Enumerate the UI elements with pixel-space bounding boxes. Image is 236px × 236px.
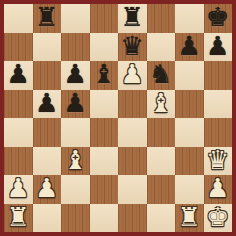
- square-f8[interactable]: [147, 4, 176, 33]
- square-b2[interactable]: ♟: [33, 175, 62, 204]
- square-e8[interactable]: ♜: [118, 4, 147, 33]
- square-b5[interactable]: ♟: [33, 90, 62, 119]
- square-f4[interactable]: [147, 118, 176, 147]
- square-c8[interactable]: [61, 4, 90, 33]
- square-a2[interactable]: ♟: [4, 175, 33, 204]
- square-f1[interactable]: [147, 204, 176, 233]
- piece-white-king[interactable]: ♚: [206, 204, 229, 230]
- square-c7[interactable]: [61, 33, 90, 62]
- square-h8[interactable]: ♚: [204, 4, 233, 33]
- square-a4[interactable]: [4, 118, 33, 147]
- square-c6[interactable]: ♟: [61, 61, 90, 90]
- square-h6[interactable]: [204, 61, 233, 90]
- square-d6[interactable]: ♝: [90, 61, 119, 90]
- square-g6[interactable]: [175, 61, 204, 90]
- square-c3[interactable]: ♝: [61, 147, 90, 176]
- square-f5[interactable]: ♝: [147, 90, 176, 119]
- piece-black-pawn[interactable]: ♟: [178, 33, 201, 59]
- square-g8[interactable]: [175, 4, 204, 33]
- square-a1[interactable]: ♜: [4, 204, 33, 233]
- square-e5[interactable]: [118, 90, 147, 119]
- piece-black-pawn[interactable]: ♟: [35, 90, 58, 116]
- piece-black-pawn[interactable]: ♟: [206, 33, 229, 59]
- square-c5[interactable]: ♟: [61, 90, 90, 119]
- square-b3[interactable]: [33, 147, 62, 176]
- square-f3[interactable]: [147, 147, 176, 176]
- square-a5[interactable]: [4, 90, 33, 119]
- piece-white-rook[interactable]: ♜: [7, 204, 30, 230]
- square-b8[interactable]: ♜: [33, 4, 62, 33]
- square-f6[interactable]: ♞: [147, 61, 176, 90]
- piece-white-bishop[interactable]: ♝: [149, 90, 172, 116]
- square-c4[interactable]: [61, 118, 90, 147]
- piece-black-knight[interactable]: ♞: [149, 61, 172, 87]
- piece-black-pawn[interactable]: ♟: [64, 61, 87, 87]
- square-a7[interactable]: [4, 33, 33, 62]
- square-b7[interactable]: [33, 33, 62, 62]
- piece-white-pawn[interactable]: ♟: [121, 61, 144, 87]
- square-g7[interactable]: ♟: [175, 33, 204, 62]
- square-h5[interactable]: [204, 90, 233, 119]
- square-g1[interactable]: ♜: [175, 204, 204, 233]
- chess-board: ♜♜♚♛♟♟♟♟♝♟♞♟♟♝♝♛♟♟♟♜♜♚: [0, 0, 236, 236]
- piece-white-queen[interactable]: ♛: [206, 147, 229, 173]
- square-g5[interactable]: [175, 90, 204, 119]
- square-c1[interactable]: [61, 204, 90, 233]
- square-a8[interactable]: [4, 4, 33, 33]
- square-a6[interactable]: ♟: [4, 61, 33, 90]
- square-b4[interactable]: [33, 118, 62, 147]
- square-h4[interactable]: [204, 118, 233, 147]
- square-d5[interactable]: [90, 90, 119, 119]
- piece-black-pawn[interactable]: ♟: [7, 61, 30, 87]
- square-d2[interactable]: [90, 175, 119, 204]
- square-e1[interactable]: [118, 204, 147, 233]
- square-e7[interactable]: ♛: [118, 33, 147, 62]
- square-f7[interactable]: [147, 33, 176, 62]
- square-e2[interactable]: [118, 175, 147, 204]
- square-a3[interactable]: [4, 147, 33, 176]
- square-d4[interactable]: [90, 118, 119, 147]
- square-e3[interactable]: [118, 147, 147, 176]
- piece-white-pawn[interactable]: ♟: [206, 175, 229, 201]
- square-g3[interactable]: [175, 147, 204, 176]
- square-b1[interactable]: [33, 204, 62, 233]
- square-h3[interactable]: ♛: [204, 147, 233, 176]
- square-h2[interactable]: ♟: [204, 175, 233, 204]
- piece-black-pawn[interactable]: ♟: [64, 90, 87, 116]
- square-f2[interactable]: [147, 175, 176, 204]
- square-c2[interactable]: [61, 175, 90, 204]
- square-b6[interactable]: [33, 61, 62, 90]
- piece-white-rook[interactable]: ♜: [178, 204, 201, 230]
- square-g4[interactable]: [175, 118, 204, 147]
- piece-white-pawn[interactable]: ♟: [35, 175, 58, 201]
- piece-black-king[interactable]: ♚: [206, 4, 229, 30]
- square-h7[interactable]: ♟: [204, 33, 233, 62]
- piece-black-queen[interactable]: ♛: [121, 33, 144, 59]
- square-d3[interactable]: [90, 147, 119, 176]
- piece-black-bishop[interactable]: ♝: [92, 61, 115, 87]
- piece-white-bishop[interactable]: ♝: [64, 147, 87, 173]
- piece-black-rook[interactable]: ♜: [121, 4, 144, 30]
- square-h1[interactable]: ♚: [204, 204, 233, 233]
- square-e6[interactable]: ♟: [118, 61, 147, 90]
- square-d8[interactable]: [90, 4, 119, 33]
- square-g2[interactable]: [175, 175, 204, 204]
- square-e4[interactable]: [118, 118, 147, 147]
- piece-white-pawn[interactable]: ♟: [7, 175, 30, 201]
- square-d7[interactable]: [90, 33, 119, 62]
- piece-black-rook[interactable]: ♜: [35, 4, 58, 30]
- square-d1[interactable]: [90, 204, 119, 233]
